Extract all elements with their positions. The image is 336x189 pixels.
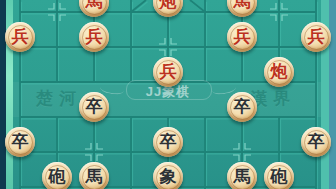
piece-glyph: 馬 [234,0,251,17]
river-text-left: 楚河 [36,82,82,117]
piece-glyph: 卒 [308,127,325,157]
xiangqi-game-screen: 楚河 漢界 JJ象棋 馬炮馬兵兵兵兵兵炮卒卒卒卒卒砲馬象馬砲 [0,0,336,189]
piece-glyph: 卒 [160,127,177,157]
piece-glyph: 砲 [49,162,66,189]
piece-red-cannon[interactable]: 炮 [264,57,294,87]
piece-red-pawn[interactable]: 兵 [301,22,331,52]
screen-edge-right [329,0,336,189]
piece-black-cannon[interactable]: 砲 [42,162,72,189]
piece-glyph: 兵 [86,22,103,52]
piece-black-horse[interactable]: 馬 [79,162,109,189]
piece-glyph: 卒 [86,92,103,122]
piece-black-cannon[interactable]: 砲 [264,162,294,189]
piece-black-pawn[interactable]: 卒 [227,92,257,122]
piece-red-pawn[interactable]: 兵 [227,22,257,52]
piece-black-pawn[interactable]: 卒 [301,127,331,157]
piece-glyph: 馬 [234,162,251,189]
piece-red-pawn[interactable]: 兵 [79,22,109,52]
piece-glyph: 炮 [160,0,177,17]
piece-glyph: 兵 [234,22,251,52]
piece-glyph: 兵 [160,57,177,87]
piece-glyph: 卒 [234,92,251,122]
piece-glyph: 兵 [308,22,325,52]
piece-glyph: 砲 [271,162,288,189]
piece-black-pawn[interactable]: 卒 [153,127,183,157]
piece-glyph: 炮 [271,57,288,87]
piece-red-pawn[interactable]: 兵 [153,57,183,87]
piece-glyph: 卒 [12,127,29,157]
piece-black-elephant[interactable]: 象 [153,162,183,189]
piece-glyph: 兵 [12,22,29,52]
piece-glyph: 馬 [86,0,103,17]
piece-black-horse[interactable]: 馬 [227,162,257,189]
piece-black-pawn[interactable]: 卒 [5,127,35,157]
river-text-right: 漢界 [250,82,296,117]
piece-glyph: 馬 [86,162,103,189]
piece-glyph: 象 [160,162,177,189]
piece-black-pawn[interactable]: 卒 [79,92,109,122]
piece-red-pawn[interactable]: 兵 [5,22,35,52]
